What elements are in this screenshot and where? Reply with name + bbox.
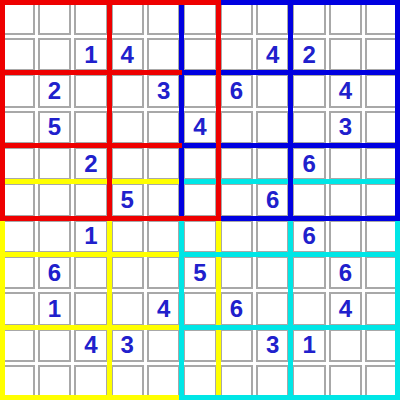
cell-r7c1[interactable] <box>2 220 35 253</box>
cell-r11c6[interactable] <box>183 365 216 398</box>
cell-r8c9[interactable] <box>292 256 325 289</box>
cell-r10c10[interactable] <box>329 329 362 362</box>
cell-r3c7[interactable]: 6 <box>220 74 253 107</box>
cell-r4c10[interactable]: 3 <box>329 111 362 144</box>
multi-sudoku-puzzle: 1442236454326561665614644331 <box>0 0 400 400</box>
cell-r6c11[interactable] <box>365 183 398 216</box>
cell-r1c8[interactable] <box>256 2 289 35</box>
sudoku-board: 1442236454326561665614644331 <box>0 0 400 400</box>
cell-r11c7[interactable] <box>220 365 253 398</box>
cell-r8c5[interactable] <box>147 256 180 289</box>
cell-r10c1[interactable] <box>2 329 35 362</box>
cell-r9c2[interactable]: 1 <box>38 292 71 325</box>
cell-r10c3[interactable]: 4 <box>74 329 107 362</box>
cell-r4c3[interactable] <box>74 111 107 144</box>
cell-r11c11[interactable] <box>365 365 398 398</box>
cell-r6c4[interactable]: 5 <box>111 183 144 216</box>
cell-r1c1[interactable] <box>2 2 35 35</box>
cell-r3c2[interactable]: 2 <box>38 74 71 107</box>
cell-r10c5[interactable] <box>147 329 180 362</box>
cell-r5c2[interactable] <box>38 147 71 180</box>
cell-r11c3[interactable] <box>74 365 107 398</box>
cell-r5c11[interactable] <box>365 147 398 180</box>
cell-r8c10[interactable]: 6 <box>329 256 362 289</box>
cell-r7c3[interactable]: 1 <box>74 220 107 253</box>
cell-r9c8[interactable] <box>256 292 289 325</box>
cell-r7c9[interactable]: 6 <box>292 220 325 253</box>
cell-r6c2[interactable] <box>38 183 71 216</box>
cell-r6c7[interactable] <box>220 183 253 216</box>
cell-r4c6[interactable]: 4 <box>183 111 216 144</box>
cell-r2c10[interactable] <box>329 38 362 71</box>
cell-r4c5[interactable] <box>147 111 180 144</box>
cell-r8c4[interactable] <box>111 256 144 289</box>
cell-r8c11[interactable] <box>365 256 398 289</box>
cell-r3c9[interactable] <box>292 74 325 107</box>
cell-r10c4[interactable]: 3 <box>111 329 144 362</box>
cell-r10c9[interactable]: 1 <box>292 329 325 362</box>
cell-r11c2[interactable] <box>38 365 71 398</box>
cell-r2c9[interactable]: 2 <box>292 38 325 71</box>
cell-r3c10[interactable]: 4 <box>329 74 362 107</box>
cell-r10c11[interactable] <box>365 329 398 362</box>
cell-r1c11[interactable] <box>365 2 398 35</box>
cell-r6c8[interactable]: 6 <box>256 183 289 216</box>
cell-r9c1[interactable] <box>2 292 35 325</box>
cell-r3c11[interactable] <box>365 74 398 107</box>
cell-r8c6[interactable]: 5 <box>183 256 216 289</box>
cell-r6c6[interactable] <box>183 183 216 216</box>
cell-r10c7[interactable] <box>220 329 253 362</box>
cell-r3c6[interactable] <box>183 74 216 107</box>
cell-r1c9[interactable] <box>292 2 325 35</box>
cell-r9c10[interactable]: 4 <box>329 292 362 325</box>
cell-r10c6[interactable] <box>183 329 216 362</box>
cell-r5c1[interactable] <box>2 147 35 180</box>
cell-r7c7[interactable] <box>220 220 253 253</box>
cell-r4c8[interactable] <box>256 111 289 144</box>
cell-r3c8[interactable] <box>256 74 289 107</box>
cell-r1c2[interactable] <box>38 2 71 35</box>
cell-r6c9[interactable] <box>292 183 325 216</box>
cell-r1c4[interactable] <box>111 2 144 35</box>
cell-r8c7[interactable] <box>220 256 253 289</box>
cell-r5c10[interactable] <box>329 147 362 180</box>
cell-r11c5[interactable] <box>147 365 180 398</box>
cell-r2c8[interactable]: 4 <box>256 38 289 71</box>
cell-r8c8[interactable] <box>256 256 289 289</box>
cell-r3c5[interactable]: 3 <box>147 74 180 107</box>
cell-r8c3[interactable] <box>74 256 107 289</box>
cell-r1c7[interactable] <box>220 2 253 35</box>
cell-r8c2[interactable]: 6 <box>38 256 71 289</box>
cell-r10c8[interactable]: 3 <box>256 329 289 362</box>
cell-r1c3[interactable] <box>74 2 107 35</box>
cell-r2c1[interactable] <box>2 38 35 71</box>
cell-r2c3[interactable]: 1 <box>74 38 107 71</box>
cell-r2c4[interactable]: 4 <box>111 38 144 71</box>
cell-r7c2[interactable] <box>38 220 71 253</box>
cell-r2c11[interactable] <box>365 38 398 71</box>
cell-r5c5[interactable] <box>147 147 180 180</box>
cell-r4c1[interactable] <box>2 111 35 144</box>
cell-r1c10[interactable] <box>329 2 362 35</box>
cell-r6c3[interactable] <box>74 183 107 216</box>
cell-r6c10[interactable] <box>329 183 362 216</box>
cell-r7c11[interactable] <box>365 220 398 253</box>
cell-r5c4[interactable] <box>111 147 144 180</box>
cell-r4c11[interactable] <box>365 111 398 144</box>
cell-r9c7[interactable]: 6 <box>220 292 253 325</box>
cell-r4c7[interactable] <box>220 111 253 144</box>
cell-r2c5[interactable] <box>147 38 180 71</box>
cell-r1c6[interactable] <box>183 2 216 35</box>
cell-r7c4[interactable] <box>111 220 144 253</box>
cell-r9c9[interactable] <box>292 292 325 325</box>
cell-r3c3[interactable] <box>74 74 107 107</box>
cell-r7c8[interactable] <box>256 220 289 253</box>
cell-r6c5[interactable] <box>147 183 180 216</box>
cell-r10c2[interactable] <box>38 329 71 362</box>
cell-r7c6[interactable] <box>183 220 216 253</box>
cell-r9c3[interactable] <box>74 292 107 325</box>
cell-r2c6[interactable] <box>183 38 216 71</box>
cell-r11c9[interactable] <box>292 365 325 398</box>
cell-r5c8[interactable] <box>256 147 289 180</box>
cell-r3c1[interactable] <box>2 74 35 107</box>
cell-r11c1[interactable] <box>2 365 35 398</box>
cell-r7c5[interactable] <box>147 220 180 253</box>
cell-r2c2[interactable] <box>38 38 71 71</box>
cell-r5c3[interactable]: 2 <box>74 147 107 180</box>
cell-r3c4[interactable] <box>111 74 144 107</box>
cell-r11c8[interactable] <box>256 365 289 398</box>
cell-r5c7[interactable] <box>220 147 253 180</box>
cell-r5c9[interactable]: 6 <box>292 147 325 180</box>
cell-r4c4[interactable] <box>111 111 144 144</box>
cell-r4c2[interactable]: 5 <box>38 111 71 144</box>
cell-r8c1[interactable] <box>2 256 35 289</box>
cell-r1c5[interactable] <box>147 2 180 35</box>
cell-r9c5[interactable]: 4 <box>147 292 180 325</box>
cell-r6c1[interactable] <box>2 183 35 216</box>
cell-r11c10[interactable] <box>329 365 362 398</box>
cell-r9c4[interactable] <box>111 292 144 325</box>
cell-r4c9[interactable] <box>292 111 325 144</box>
cell-r2c7[interactable] <box>220 38 253 71</box>
cell-r9c11[interactable] <box>365 292 398 325</box>
cell-r7c10[interactable] <box>329 220 362 253</box>
cell-r11c4[interactable] <box>111 365 144 398</box>
cell-r9c6[interactable] <box>183 292 216 325</box>
cell-r5c6[interactable] <box>183 147 216 180</box>
